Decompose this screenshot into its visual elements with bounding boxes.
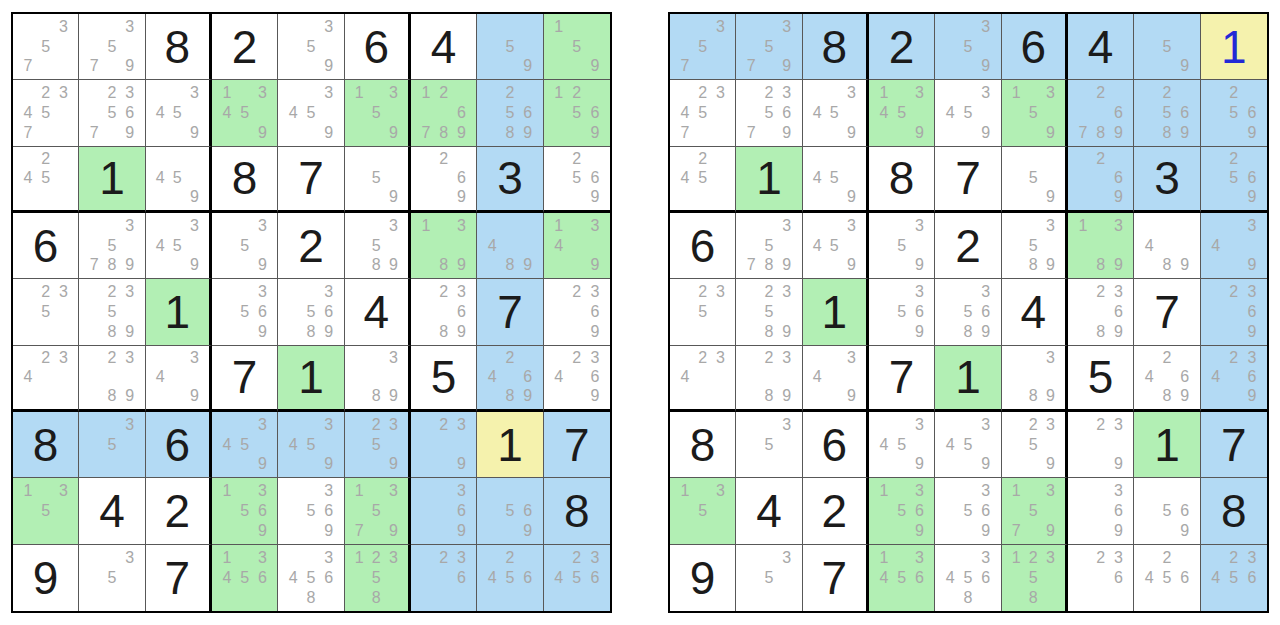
cell-r6c3[interactable]: 349 — [146, 346, 212, 412]
cell-r8c7[interactable]: 369 — [1068, 478, 1134, 544]
cell-r2c6[interactable]: 1359 — [345, 80, 411, 146]
cell-r1c3[interactable]: 8 — [146, 14, 212, 80]
cell-r6c3[interactable]: 349 — [803, 346, 869, 412]
cell-r5c1[interactable]: 235 — [13, 279, 79, 345]
cell-value: 8 — [670, 412, 735, 477]
candidate-5: 5 — [1225, 568, 1243, 588]
cell-r9c2[interactable]: 35 — [79, 545, 145, 611]
candidate-6: 6 — [1176, 568, 1194, 588]
cell-r9c2[interactable]: 35 — [736, 545, 802, 611]
cell-r6c2[interactable]: 2389 — [79, 346, 145, 412]
cell-r7c5[interactable]: 3459 — [278, 412, 344, 478]
cell-r3c5[interactable]: 7 — [278, 147, 344, 213]
candidate-8 — [435, 455, 453, 475]
candidate-6: 6 — [1243, 368, 1261, 387]
candidates: 349 — [1201, 213, 1267, 278]
cell-r2c2[interactable]: 235679 — [736, 80, 802, 146]
candidate-2 — [1025, 349, 1042, 368]
candidate-3: 3 — [121, 216, 139, 236]
candidate-7 — [1074, 455, 1092, 475]
cell-r8c1[interactable]: 135 — [13, 478, 79, 544]
candidate-7 — [1207, 387, 1225, 406]
candidate-5: 5 — [893, 236, 911, 256]
cell-r6c8[interactable]: 24689 — [1134, 346, 1200, 412]
cell-value: 2 — [212, 14, 277, 79]
cell-r4c1[interactable]: 6 — [13, 213, 79, 279]
candidate-2 — [302, 83, 320, 103]
candidate-9: 9 — [186, 123, 203, 143]
candidate-4: 4 — [676, 368, 694, 387]
cell-r7c9[interactable]: 7 — [1201, 412, 1267, 478]
cell-r4c5[interactable]: 2 — [278, 213, 344, 279]
cell-r4c5[interactable]: 2 — [935, 213, 1001, 279]
candidate-6 — [712, 302, 730, 322]
cell-r9c7[interactable]: 236 — [1068, 545, 1134, 611]
candidate-3: 3 — [254, 548, 272, 568]
candidate-1 — [417, 150, 435, 169]
candidate-7 — [941, 588, 959, 608]
candidate-9: 9 — [778, 123, 796, 143]
candidate-6: 6 — [453, 103, 471, 123]
cell-r4c4[interactable]: 359 — [869, 213, 935, 279]
candidate-3: 3 — [911, 548, 929, 568]
cell-r5c5[interactable]: 35689 — [278, 279, 344, 345]
candidate-1 — [152, 216, 169, 236]
candidate-8 — [959, 123, 977, 143]
cell-r8c9[interactable]: 8 — [544, 478, 610, 544]
cell-r6c4[interactable]: 7 — [869, 346, 935, 412]
candidates: 3569 — [212, 279, 277, 344]
cell-r4c1[interactable]: 6 — [670, 213, 736, 279]
cell-r6c1[interactable]: 234 — [670, 346, 736, 412]
candidate-7 — [152, 123, 169, 143]
cell-r2c6[interactable]: 1359 — [1002, 80, 1068, 146]
cell-r8c2[interactable]: 4 — [79, 478, 145, 544]
cell-r9c3[interactable]: 7 — [146, 545, 212, 611]
candidate-7 — [284, 123, 302, 143]
candidate-7 — [351, 123, 368, 143]
candidate-9: 9 — [977, 123, 995, 143]
cell-r2c1[interactable]: 23457 — [13, 80, 79, 146]
cell-r4c7[interactable]: 1389 — [1068, 213, 1134, 279]
candidates: 12569 — [544, 80, 610, 145]
cell-r5c2[interactable]: 23589 — [79, 279, 145, 345]
cell-r3c3[interactable]: 459 — [146, 147, 212, 213]
cell-r1c5[interactable]: 359 — [935, 14, 1001, 80]
cell-r9c1[interactable]: 9 — [13, 545, 79, 611]
cell-r1c2[interactable]: 3579 — [79, 14, 145, 80]
cell-r8c1[interactable]: 135 — [670, 478, 736, 544]
candidate-6 — [385, 501, 402, 521]
cell-r5c4[interactable]: 3569 — [212, 279, 278, 345]
cell-r4c6[interactable]: 3589 — [1002, 213, 1068, 279]
candidate-1: 1 — [1008, 83, 1025, 103]
cell-r8c9[interactable]: 8 — [1201, 478, 1267, 544]
candidate-1 — [1074, 415, 1092, 435]
candidate-4 — [417, 103, 435, 123]
candidate-9: 9 — [519, 57, 537, 77]
cell-r2c8[interactable]: 25689 — [477, 80, 543, 146]
candidate-3: 3 — [121, 282, 139, 302]
cell-r9c8[interactable]: 2456 — [477, 545, 543, 611]
candidate-9: 9 — [778, 322, 796, 342]
candidate-1: 1 — [218, 548, 236, 568]
cell-r9c9[interactable]: 23456 — [544, 545, 610, 611]
candidate-3: 3 — [385, 349, 402, 368]
cell-r7c7[interactable]: 239 — [411, 412, 477, 478]
candidate-2 — [368, 349, 385, 368]
candidate-7 — [550, 57, 568, 77]
candidate-3: 3 — [1042, 415, 1059, 435]
candidate-4: 4 — [284, 103, 302, 123]
cell-r8c8[interactable]: 569 — [477, 478, 543, 544]
cell-r1c9[interactable]: 159 — [544, 14, 610, 80]
candidates: 2389 — [79, 346, 144, 409]
candidate-7 — [284, 521, 302, 541]
cell-value: 6 — [13, 213, 78, 278]
candidate-5: 5 — [893, 435, 911, 455]
cell-r5c8[interactable]: 7 — [477, 279, 543, 345]
candidate-3: 3 — [843, 349, 860, 368]
candidate-4 — [85, 236, 103, 256]
cell-r7c3[interactable]: 6 — [803, 412, 869, 478]
cell-r1c8[interactable]: 59 — [1134, 14, 1200, 80]
cell-r5c2[interactable]: 23589 — [736, 279, 802, 345]
cell-r6c7[interactable]: 5 — [411, 346, 477, 412]
candidate-1 — [284, 415, 302, 435]
cell-r2c2[interactable]: 235679 — [79, 80, 145, 146]
cell-r7c5[interactable]: 3459 — [935, 412, 1001, 478]
candidate-4 — [1074, 236, 1092, 256]
cell-r8c3[interactable]: 2 — [803, 478, 869, 544]
cell-r3c9[interactable]: 2569 — [1201, 147, 1267, 213]
candidate-4 — [1008, 435, 1025, 455]
candidate-2: 2 — [1092, 415, 1110, 435]
candidate-9: 9 — [843, 256, 860, 276]
cell-r2c4[interactable]: 13459 — [212, 80, 278, 146]
cell-r1c1[interactable]: 357 — [670, 14, 736, 80]
cell-r9c4[interactable]: 13456 — [869, 545, 935, 611]
candidate-9 — [320, 588, 338, 608]
cell-r3c6[interactable]: 59 — [1002, 147, 1068, 213]
cell-value: 1 — [477, 412, 542, 477]
candidate-8: 8 — [1025, 387, 1042, 406]
cell-r4c2[interactable]: 35789 — [79, 213, 145, 279]
candidate-6: 6 — [1243, 568, 1261, 588]
candidate-4 — [875, 501, 893, 521]
candidate-5: 5 — [1025, 435, 1042, 455]
candidate-3 — [1243, 150, 1261, 169]
cell-r1c6[interactable]: 6 — [345, 14, 411, 80]
candidate-5: 5 — [959, 501, 977, 521]
cell-r5c3[interactable]: 1 — [803, 279, 869, 345]
cell-r1c1[interactable]: 357 — [13, 14, 79, 80]
cell-r7c6[interactable]: 2359 — [1002, 412, 1068, 478]
candidate-7 — [941, 57, 959, 77]
cell-r5c9[interactable]: 2369 — [1201, 279, 1267, 345]
candidate-6: 6 — [586, 169, 604, 188]
candidate-8: 8 — [103, 256, 121, 276]
candidate-6: 6 — [519, 501, 537, 521]
candidate-7 — [218, 521, 236, 541]
candidate-6 — [712, 103, 730, 123]
cell-r8c4[interactable]: 13569 — [212, 478, 278, 544]
cell-r6c9[interactable]: 23469 — [544, 346, 610, 412]
cell-r6c9[interactable]: 23469 — [1201, 346, 1267, 412]
cell-r6c6[interactable]: 389 — [1002, 346, 1068, 412]
candidate-5: 5 — [103, 302, 121, 322]
candidate-1 — [152, 150, 169, 169]
candidate-3: 3 — [977, 83, 995, 103]
candidate-9 — [1110, 588, 1128, 608]
candidate-7 — [85, 588, 103, 608]
candidate-1 — [875, 415, 893, 435]
cell-r2c3[interactable]: 3459 — [803, 80, 869, 146]
cell-r9c6[interactable]: 12358 — [1002, 545, 1068, 611]
cell-r9c4[interactable]: 13456 — [212, 545, 278, 611]
cell-r3c7[interactable]: 269 — [411, 147, 477, 213]
cell-r5c6[interactable]: 4 — [1002, 279, 1068, 345]
cell-value: 6 — [146, 412, 209, 477]
cell-r7c8[interactable]: 1 — [477, 412, 543, 478]
candidate-8 — [37, 57, 55, 77]
cell-r7c4[interactable]: 3459 — [869, 412, 935, 478]
cell-r7c7[interactable]: 239 — [1068, 412, 1134, 478]
cell-r5c4[interactable]: 3569 — [869, 279, 935, 345]
cell-r9c7[interactable]: 236 — [411, 545, 477, 611]
candidate-5 — [826, 368, 843, 387]
candidate-5: 5 — [236, 103, 254, 123]
cell-r1c6[interactable]: 6 — [1002, 14, 1068, 80]
candidate-2 — [236, 415, 254, 435]
cell-r7c4[interactable]: 3459 — [212, 412, 278, 478]
candidate-7 — [550, 588, 568, 608]
candidate-2 — [435, 481, 453, 501]
cell-r3c5[interactable]: 7 — [935, 147, 1001, 213]
candidate-2: 2 — [368, 548, 385, 568]
candidate-4: 4 — [809, 103, 826, 123]
candidate-4: 4 — [809, 236, 826, 256]
cell-r7c3[interactable]: 6 — [146, 412, 212, 478]
cell-r9c5[interactable]: 34568 — [935, 545, 1001, 611]
cell-r1c4[interactable]: 2 — [869, 14, 935, 80]
cell-r7c1[interactable]: 8 — [13, 412, 79, 478]
cell-r3c2[interactable]: 1 — [736, 147, 802, 213]
cell-r1c7[interactable]: 4 — [1068, 14, 1134, 80]
cell-r3c8[interactable]: 3 — [477, 147, 543, 213]
candidate-7 — [941, 123, 959, 143]
cell-r8c5[interactable]: 3569 — [278, 478, 344, 544]
cell-r1c2[interactable]: 3579 — [736, 14, 802, 80]
cell-r6c5[interactable]: 1 — [935, 346, 1001, 412]
cell-r5c7[interactable]: 23689 — [411, 279, 477, 345]
candidate-4 — [1074, 501, 1092, 521]
candidate-7 — [1008, 387, 1025, 406]
cell-r6c1[interactable]: 234 — [13, 346, 79, 412]
cell-r7c9[interactable]: 7 — [544, 412, 610, 478]
cell-r7c6[interactable]: 2359 — [345, 412, 411, 478]
cell-r3c1[interactable]: 245 — [13, 147, 79, 213]
candidate-4 — [742, 568, 760, 588]
candidate-6: 6 — [453, 501, 471, 521]
candidate-5: 5 — [826, 169, 843, 188]
cell-r6c7[interactable]: 5 — [1068, 346, 1134, 412]
cell-r7c2[interactable]: 35 — [736, 412, 802, 478]
cell-r3c9[interactable]: 2569 — [544, 147, 610, 213]
cell-r7c1[interactable]: 8 — [670, 412, 736, 478]
cell-r1c7[interactable]: 4 — [411, 14, 477, 80]
candidate-3: 3 — [385, 481, 402, 501]
candidate-4 — [351, 368, 368, 387]
candidate-5: 5 — [236, 501, 254, 521]
cell-r8c7[interactable]: 369 — [411, 478, 477, 544]
cell-r2c9[interactable]: 12569 — [544, 80, 610, 146]
candidate-4 — [85, 568, 103, 588]
cell-r2c5[interactable]: 3459 — [278, 80, 344, 146]
cell-r5c1[interactable]: 235 — [670, 279, 736, 345]
candidate-6: 6 — [778, 103, 796, 123]
cell-r4c9[interactable]: 1349 — [544, 213, 610, 279]
cell-r2c7[interactable]: 126789 — [411, 80, 477, 146]
cell-r8c4[interactable]: 13569 — [869, 478, 935, 544]
cell-r6c5[interactable]: 1 — [278, 346, 344, 412]
cell-r8c6[interactable]: 13579 — [345, 478, 411, 544]
cell-r3c3[interactable]: 459 — [803, 147, 869, 213]
candidate-9: 9 — [778, 256, 796, 276]
candidate-1 — [1008, 349, 1025, 368]
cell-r1c8[interactable]: 59 — [477, 14, 543, 80]
candidate-4: 4 — [941, 568, 959, 588]
cell-r1c9[interactable]: 1 — [1201, 14, 1267, 80]
cell-r6c4[interactable]: 7 — [212, 346, 278, 412]
candidate-1 — [941, 282, 959, 302]
candidate-2 — [501, 481, 519, 501]
cell-r9c6[interactable]: 12358 — [345, 545, 411, 611]
cell-r4c3[interactable]: 3459 — [803, 213, 869, 279]
cell-r9c3[interactable]: 7 — [803, 545, 869, 611]
cell-r2c1[interactable]: 23457 — [670, 80, 736, 146]
cell-r8c6[interactable]: 13579 — [1002, 478, 1068, 544]
cell-r4c6[interactable]: 3589 — [345, 213, 411, 279]
candidate-5: 5 — [1158, 568, 1176, 588]
candidate-1 — [85, 282, 103, 302]
candidate-2: 2 — [37, 349, 55, 368]
cell-r9c9[interactable]: 23456 — [1201, 545, 1267, 611]
candidate-3: 3 — [254, 83, 272, 103]
cell-r3c4[interactable]: 8 — [212, 147, 278, 213]
candidate-2 — [1225, 216, 1243, 236]
cell-value: 8 — [212, 147, 277, 210]
candidate-4 — [1140, 103, 1158, 123]
candidate-2 — [959, 83, 977, 103]
cell-r4c8[interactable]: 489 — [477, 213, 543, 279]
candidate-8 — [103, 588, 121, 608]
cell-r2c3[interactable]: 3459 — [146, 80, 212, 146]
cell-r8c2[interactable]: 4 — [736, 478, 802, 544]
candidate-2 — [103, 216, 121, 236]
cell-r8c5[interactable]: 3569 — [935, 478, 1001, 544]
cell-r5c5[interactable]: 35689 — [935, 279, 1001, 345]
cell-r5c3[interactable]: 1 — [146, 279, 212, 345]
candidate-8 — [236, 521, 254, 541]
cell-r9c1[interactable]: 9 — [670, 545, 736, 611]
candidates: 35 — [79, 412, 144, 477]
cell-r3c7[interactable]: 269 — [1068, 147, 1134, 213]
candidate-5: 5 — [37, 103, 55, 123]
candidate-9: 9 — [1110, 188, 1128, 207]
candidates: 489 — [477, 213, 542, 278]
cell-r4c7[interactable]: 1389 — [411, 213, 477, 279]
cell-r8c3[interactable]: 2 — [146, 478, 212, 544]
sudoku-board-left: 3573579823596459159234572356793459134593… — [11, 12, 612, 613]
cell-r8c8[interactable]: 569 — [1134, 478, 1200, 544]
candidate-1 — [550, 282, 568, 302]
cell-r6c8[interactable]: 24689 — [477, 346, 543, 412]
cell-r1c5[interactable]: 359 — [278, 14, 344, 80]
cell-r5c7[interactable]: 23689 — [1068, 279, 1134, 345]
cell-r4c8[interactable]: 489 — [1134, 213, 1200, 279]
candidate-4: 4 — [152, 368, 169, 387]
candidate-2: 2 — [1158, 83, 1176, 103]
cell-r4c9[interactable]: 349 — [1201, 213, 1267, 279]
candidate-6 — [778, 435, 796, 455]
cell-r9c8[interactable]: 2456 — [1134, 545, 1200, 611]
candidate-9: 9 — [519, 256, 537, 276]
cell-r5c9[interactable]: 2369 — [544, 279, 610, 345]
candidate-6 — [453, 236, 471, 256]
cell-r7c2[interactable]: 35 — [79, 412, 145, 478]
cell-r2c4[interactable]: 13459 — [869, 80, 935, 146]
candidate-7 — [1207, 123, 1225, 143]
cell-r4c2[interactable]: 35789 — [736, 213, 802, 279]
cell-r6c6[interactable]: 389 — [345, 346, 411, 412]
candidate-5: 5 — [694, 302, 712, 322]
candidate-2: 2 — [1092, 83, 1110, 103]
cell-r3c4[interactable]: 8 — [869, 147, 935, 213]
cell-r1c4[interactable]: 2 — [212, 14, 278, 80]
cell-r5c8[interactable]: 7 — [1134, 279, 1200, 345]
cell-r3c6[interactable]: 59 — [345, 147, 411, 213]
cell-r2c8[interactable]: 25689 — [1134, 80, 1200, 146]
cell-r4c3[interactable]: 3459 — [146, 213, 212, 279]
cell-r3c1[interactable]: 245 — [670, 147, 736, 213]
candidate-7 — [19, 188, 37, 207]
cell-r2c5[interactable]: 3459 — [935, 80, 1001, 146]
candidate-5: 5 — [694, 37, 712, 57]
cell-r3c2[interactable]: 1 — [79, 147, 145, 213]
cell-r7c8[interactable]: 1 — [1134, 412, 1200, 478]
candidate-6 — [121, 236, 139, 256]
candidate-6 — [843, 169, 860, 188]
candidate-9 — [519, 588, 537, 608]
cell-r4c4[interactable]: 359 — [212, 213, 278, 279]
cell-r1c3[interactable]: 8 — [803, 14, 869, 80]
cell-r6c2[interactable]: 2389 — [736, 346, 802, 412]
candidate-3: 3 — [1042, 481, 1059, 501]
cell-r5c6[interactable]: 4 — [345, 279, 411, 345]
cell-r9c5[interactable]: 34568 — [278, 545, 344, 611]
cell-r2c7[interactable]: 26789 — [1068, 80, 1134, 146]
candidate-5: 5 — [1158, 37, 1176, 57]
candidate-2 — [368, 216, 385, 236]
candidate-3: 3 — [121, 548, 139, 568]
candidates: 126789 — [411, 80, 476, 145]
cell-r3c8[interactable]: 3 — [1134, 147, 1200, 213]
candidates: 349 — [803, 346, 866, 409]
cell-r2c9[interactable]: 2569 — [1201, 80, 1267, 146]
candidate-6 — [1042, 501, 1059, 521]
candidate-5 — [37, 368, 55, 387]
